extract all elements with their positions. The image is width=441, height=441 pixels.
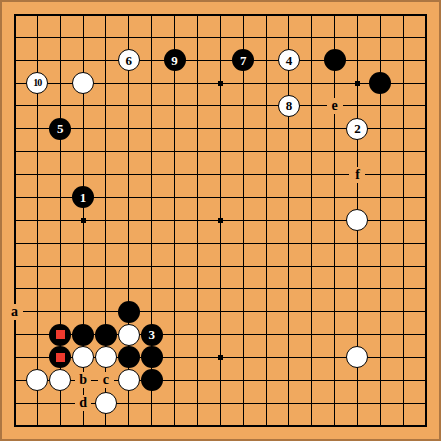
star-point <box>218 218 223 223</box>
star-point <box>218 81 223 86</box>
grid-line-horizontal <box>14 311 428 312</box>
white-stone: 4 <box>278 49 300 71</box>
black-stone: 3 <box>141 324 163 346</box>
move-number: 1 <box>80 191 87 204</box>
white-stone: 10 <box>26 72 48 94</box>
star-point <box>81 218 86 223</box>
point-label-e: e <box>327 98 343 114</box>
point-label-f: f <box>349 167 365 183</box>
black-stone <box>369 72 391 94</box>
grid-line-horizontal <box>14 288 428 289</box>
black-stone <box>324 49 346 71</box>
move-number: 9 <box>171 54 178 67</box>
red-square-marker <box>56 353 65 362</box>
white-stone <box>346 209 368 231</box>
black-stone: 9 <box>164 49 186 71</box>
point-label-d: d <box>75 395 91 411</box>
black-stone <box>49 324 71 346</box>
white-stone: 2 <box>346 118 368 140</box>
black-stone <box>95 324 117 346</box>
white-stone <box>72 346 94 368</box>
grid-line-horizontal <box>14 243 428 244</box>
white-stone <box>95 392 117 414</box>
move-number: 5 <box>57 122 64 135</box>
grid-line-horizontal <box>14 266 428 267</box>
red-square-marker <box>56 330 65 339</box>
black-stone: 1 <box>72 186 94 208</box>
black-stone <box>141 369 163 391</box>
grid-line-vertical <box>311 14 312 428</box>
black-stone <box>141 346 163 368</box>
grid-line-vertical <box>288 14 289 428</box>
move-number: 10 <box>33 78 41 88</box>
white-stone: 8 <box>278 95 300 117</box>
star-point <box>218 355 223 360</box>
move-number: 8 <box>286 99 293 112</box>
white-stone <box>72 72 94 94</box>
move-number: 3 <box>148 328 155 341</box>
grid-line-vertical <box>243 14 244 428</box>
white-stone <box>346 346 368 368</box>
white-stone <box>49 369 71 391</box>
move-number: 2 <box>354 122 361 135</box>
white-stone <box>118 369 140 391</box>
move-number: 6 <box>126 54 133 67</box>
grid-line-vertical <box>266 14 267 428</box>
point-label-a: a <box>7 304 23 320</box>
black-stone: 7 <box>232 49 254 71</box>
white-stone <box>118 324 140 346</box>
star-point <box>355 81 360 86</box>
grid-line-vertical <box>425 14 427 428</box>
black-stone <box>118 301 140 323</box>
black-stone <box>49 346 71 368</box>
move-number: 7 <box>240 54 247 67</box>
white-stone <box>26 369 48 391</box>
black-stone <box>72 324 94 346</box>
white-stone: 6 <box>118 49 140 71</box>
white-stone <box>95 346 117 368</box>
point-label-c: c <box>98 372 114 388</box>
grid-line-vertical <box>403 14 404 428</box>
go-board: abcdef69741085213 <box>0 0 441 441</box>
grid-line-horizontal <box>14 425 428 427</box>
move-number: 4 <box>286 54 293 67</box>
point-label-b: b <box>75 372 91 388</box>
black-stone: 5 <box>49 118 71 140</box>
grid-line-vertical <box>334 14 335 428</box>
black-stone <box>118 346 140 368</box>
